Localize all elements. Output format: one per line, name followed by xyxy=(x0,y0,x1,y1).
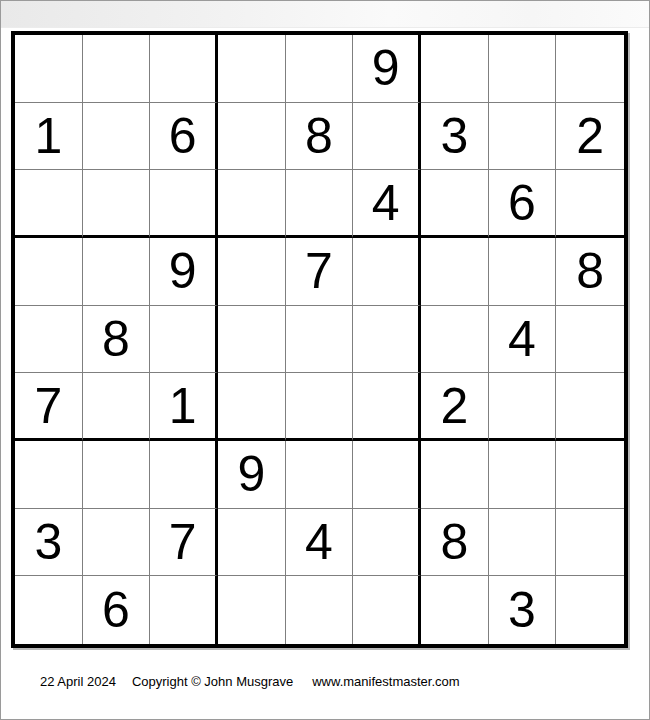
puzzle-date: 22 April 2024 xyxy=(40,674,116,689)
copyright-text: Copyright © John Musgrave xyxy=(132,674,293,689)
cell-r2c7[interactable]: 3 xyxy=(421,103,489,171)
cell-r9c6[interactable] xyxy=(353,576,421,644)
cell-r7c8[interactable] xyxy=(489,441,557,509)
cell-r3c3[interactable] xyxy=(150,170,218,238)
cell-r4c2[interactable] xyxy=(83,238,151,306)
cell-r5c6[interactable] xyxy=(353,306,421,374)
cell-r4c9[interactable]: 8 xyxy=(556,238,624,306)
cell-r7c4[interactable]: 9 xyxy=(218,441,286,509)
cell-r7c1[interactable] xyxy=(15,441,83,509)
website-url: www.manifestmaster.com xyxy=(312,674,459,689)
cell-r2c5[interactable]: 8 xyxy=(286,103,354,171)
cell-r1c3[interactable] xyxy=(150,35,218,103)
cell-r2c1[interactable]: 1 xyxy=(15,103,83,171)
cell-r8c1[interactable]: 3 xyxy=(15,509,83,577)
footer: 22 April 2024Copyright © John Musgraveww… xyxy=(40,674,460,689)
cell-r4c8[interactable] xyxy=(489,238,557,306)
cell-r4c6[interactable] xyxy=(353,238,421,306)
cell-r5c9[interactable] xyxy=(556,306,624,374)
cell-r5c2[interactable]: 8 xyxy=(83,306,151,374)
cell-r6c5[interactable] xyxy=(286,373,354,441)
cell-r6c1[interactable]: 7 xyxy=(15,373,83,441)
cell-r5c8[interactable]: 4 xyxy=(489,306,557,374)
cell-r1c4[interactable] xyxy=(218,35,286,103)
cell-r5c3[interactable] xyxy=(150,306,218,374)
cell-r8c5[interactable]: 4 xyxy=(286,509,354,577)
cell-r4c7[interactable] xyxy=(421,238,489,306)
cell-r5c5[interactable] xyxy=(286,306,354,374)
cell-r8c3[interactable]: 7 xyxy=(150,509,218,577)
cell-r1c9[interactable] xyxy=(556,35,624,103)
cell-r8c2[interactable] xyxy=(83,509,151,577)
cell-r7c6[interactable] xyxy=(353,441,421,509)
cell-r8c9[interactable] xyxy=(556,509,624,577)
cell-r1c5[interactable] xyxy=(286,35,354,103)
cell-r7c2[interactable] xyxy=(83,441,151,509)
cell-r6c6[interactable] xyxy=(353,373,421,441)
cell-r2c4[interactable] xyxy=(218,103,286,171)
cell-r3c1[interactable] xyxy=(15,170,83,238)
cell-r5c7[interactable] xyxy=(421,306,489,374)
cell-r7c9[interactable] xyxy=(556,441,624,509)
cell-r6c4[interactable] xyxy=(218,373,286,441)
cell-r1c2[interactable] xyxy=(83,35,151,103)
cell-r3c9[interactable] xyxy=(556,170,624,238)
sudoku-board: 91683246978847129374863 xyxy=(11,31,628,648)
cell-r4c5[interactable]: 7 xyxy=(286,238,354,306)
cell-r9c1[interactable] xyxy=(15,576,83,644)
cell-r6c7[interactable]: 2 xyxy=(421,373,489,441)
cell-r8c7[interactable]: 8 xyxy=(421,509,489,577)
cell-r3c7[interactable] xyxy=(421,170,489,238)
cell-r1c6[interactable]: 9 xyxy=(353,35,421,103)
cell-r6c3[interactable]: 1 xyxy=(150,373,218,441)
cell-r3c4[interactable] xyxy=(218,170,286,238)
cell-r1c7[interactable] xyxy=(421,35,489,103)
cell-r8c6[interactable] xyxy=(353,509,421,577)
cell-r6c2[interactable] xyxy=(83,373,151,441)
cell-r2c6[interactable] xyxy=(353,103,421,171)
cell-r9c9[interactable] xyxy=(556,576,624,644)
cell-r3c8[interactable]: 6 xyxy=(489,170,557,238)
cell-r2c8[interactable] xyxy=(489,103,557,171)
window-top-bar xyxy=(1,1,649,28)
cell-r1c1[interactable] xyxy=(15,35,83,103)
cell-r9c2[interactable]: 6 xyxy=(83,576,151,644)
cell-r6c9[interactable] xyxy=(556,373,624,441)
cell-r7c7[interactable] xyxy=(421,441,489,509)
cell-r5c1[interactable] xyxy=(15,306,83,374)
cell-r2c9[interactable]: 2 xyxy=(556,103,624,171)
cell-r9c3[interactable] xyxy=(150,576,218,644)
cell-r5c4[interactable] xyxy=(218,306,286,374)
cell-r6c8[interactable] xyxy=(489,373,557,441)
cell-r1c8[interactable] xyxy=(489,35,557,103)
cell-r3c5[interactable] xyxy=(286,170,354,238)
cell-r4c1[interactable] xyxy=(15,238,83,306)
cell-r8c8[interactable] xyxy=(489,509,557,577)
cell-r4c4[interactable] xyxy=(218,238,286,306)
cell-r9c7[interactable] xyxy=(421,576,489,644)
cell-r2c3[interactable]: 6 xyxy=(150,103,218,171)
cell-r7c5[interactable] xyxy=(286,441,354,509)
cell-r9c8[interactable]: 3 xyxy=(489,576,557,644)
cell-r3c6[interactable]: 4 xyxy=(353,170,421,238)
cell-r8c4[interactable] xyxy=(218,509,286,577)
cell-r2c2[interactable] xyxy=(83,103,151,171)
cell-r7c3[interactable] xyxy=(150,441,218,509)
cell-r4c3[interactable]: 9 xyxy=(150,238,218,306)
cell-r9c5[interactable] xyxy=(286,576,354,644)
cell-r9c4[interactable] xyxy=(218,576,286,644)
cell-r3c2[interactable] xyxy=(83,170,151,238)
